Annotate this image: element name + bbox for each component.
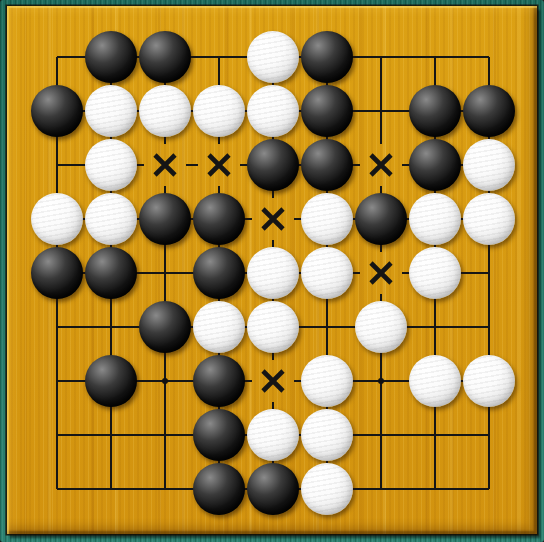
black-stone[interactable] [193, 355, 245, 407]
black-stone[interactable] [85, 247, 137, 299]
grid-line [380, 435, 382, 489]
grid-line [380, 57, 382, 111]
white-stone[interactable] [463, 355, 515, 407]
black-stone[interactable] [301, 85, 353, 137]
grid-line [381, 56, 435, 58]
grid-line [111, 488, 165, 490]
white-stone[interactable] [247, 247, 299, 299]
white-stone[interactable] [409, 193, 461, 245]
grid-line [110, 435, 112, 489]
black-stone[interactable] [193, 409, 245, 461]
white-stone[interactable] [301, 355, 353, 407]
white-stone[interactable] [301, 409, 353, 461]
white-stone[interactable] [247, 301, 299, 353]
grid-line [164, 381, 166, 435]
grid-line [56, 327, 58, 381]
black-stone[interactable] [139, 193, 191, 245]
black-stone[interactable] [31, 247, 83, 299]
white-stone[interactable] [301, 193, 353, 245]
grid-line [380, 111, 382, 144]
x-mark[interactable] [258, 366, 288, 396]
white-stone[interactable] [247, 31, 299, 83]
black-stone[interactable] [409, 85, 461, 137]
white-stone[interactable] [139, 85, 191, 137]
black-stone[interactable] [193, 193, 245, 245]
grid-line [435, 434, 489, 436]
white-stone[interactable] [301, 463, 353, 515]
black-stone[interactable] [463, 85, 515, 137]
white-stone[interactable] [247, 85, 299, 137]
grid-line [435, 56, 489, 58]
grid-line [111, 434, 165, 436]
black-stone[interactable] [85, 355, 137, 407]
grid-line [57, 326, 111, 328]
grid-line [488, 273, 490, 327]
grid-line [164, 435, 166, 489]
x-mark[interactable] [204, 150, 234, 180]
black-stone[interactable] [247, 139, 299, 191]
black-stone[interactable] [301, 31, 353, 83]
x-mark[interactable] [366, 150, 396, 180]
white-stone[interactable] [85, 193, 137, 245]
star-point [162, 378, 168, 384]
grid-line [57, 434, 111, 436]
grid-line [435, 488, 489, 490]
black-stone[interactable] [193, 247, 245, 299]
grid-line [380, 381, 382, 435]
board-layer [0, 0, 544, 542]
white-stone[interactable] [409, 355, 461, 407]
black-stone[interactable] [139, 31, 191, 83]
white-stone[interactable] [463, 139, 515, 191]
white-stone[interactable] [301, 247, 353, 299]
grid-line [434, 435, 436, 489]
grid-line [57, 488, 111, 490]
grid-line [381, 488, 435, 490]
white-stone[interactable] [355, 301, 407, 353]
black-stone[interactable] [409, 139, 461, 191]
grid-line [56, 435, 58, 489]
black-stone[interactable] [85, 31, 137, 83]
x-mark[interactable] [366, 258, 396, 288]
white-stone[interactable] [85, 85, 137, 137]
grid-line [56, 381, 58, 435]
black-stone[interactable] [139, 301, 191, 353]
black-stone[interactable] [31, 85, 83, 137]
grid-line [488, 435, 490, 489]
white-stone[interactable] [463, 193, 515, 245]
grid-line [435, 326, 489, 328]
white-stone[interactable] [31, 193, 83, 245]
white-stone[interactable] [85, 139, 137, 191]
x-mark[interactable] [258, 204, 288, 234]
black-stone[interactable] [301, 139, 353, 191]
white-stone[interactable] [409, 247, 461, 299]
white-stone[interactable] [247, 409, 299, 461]
black-stone[interactable] [355, 193, 407, 245]
star-point [378, 378, 384, 384]
go-board-screenshot [0, 0, 544, 542]
white-stone[interactable] [193, 301, 245, 353]
grid-line [381, 434, 435, 436]
black-stone[interactable] [193, 463, 245, 515]
black-stone[interactable] [247, 463, 299, 515]
white-stone[interactable] [193, 85, 245, 137]
x-mark[interactable] [150, 150, 180, 180]
grid-line [186, 164, 198, 166]
